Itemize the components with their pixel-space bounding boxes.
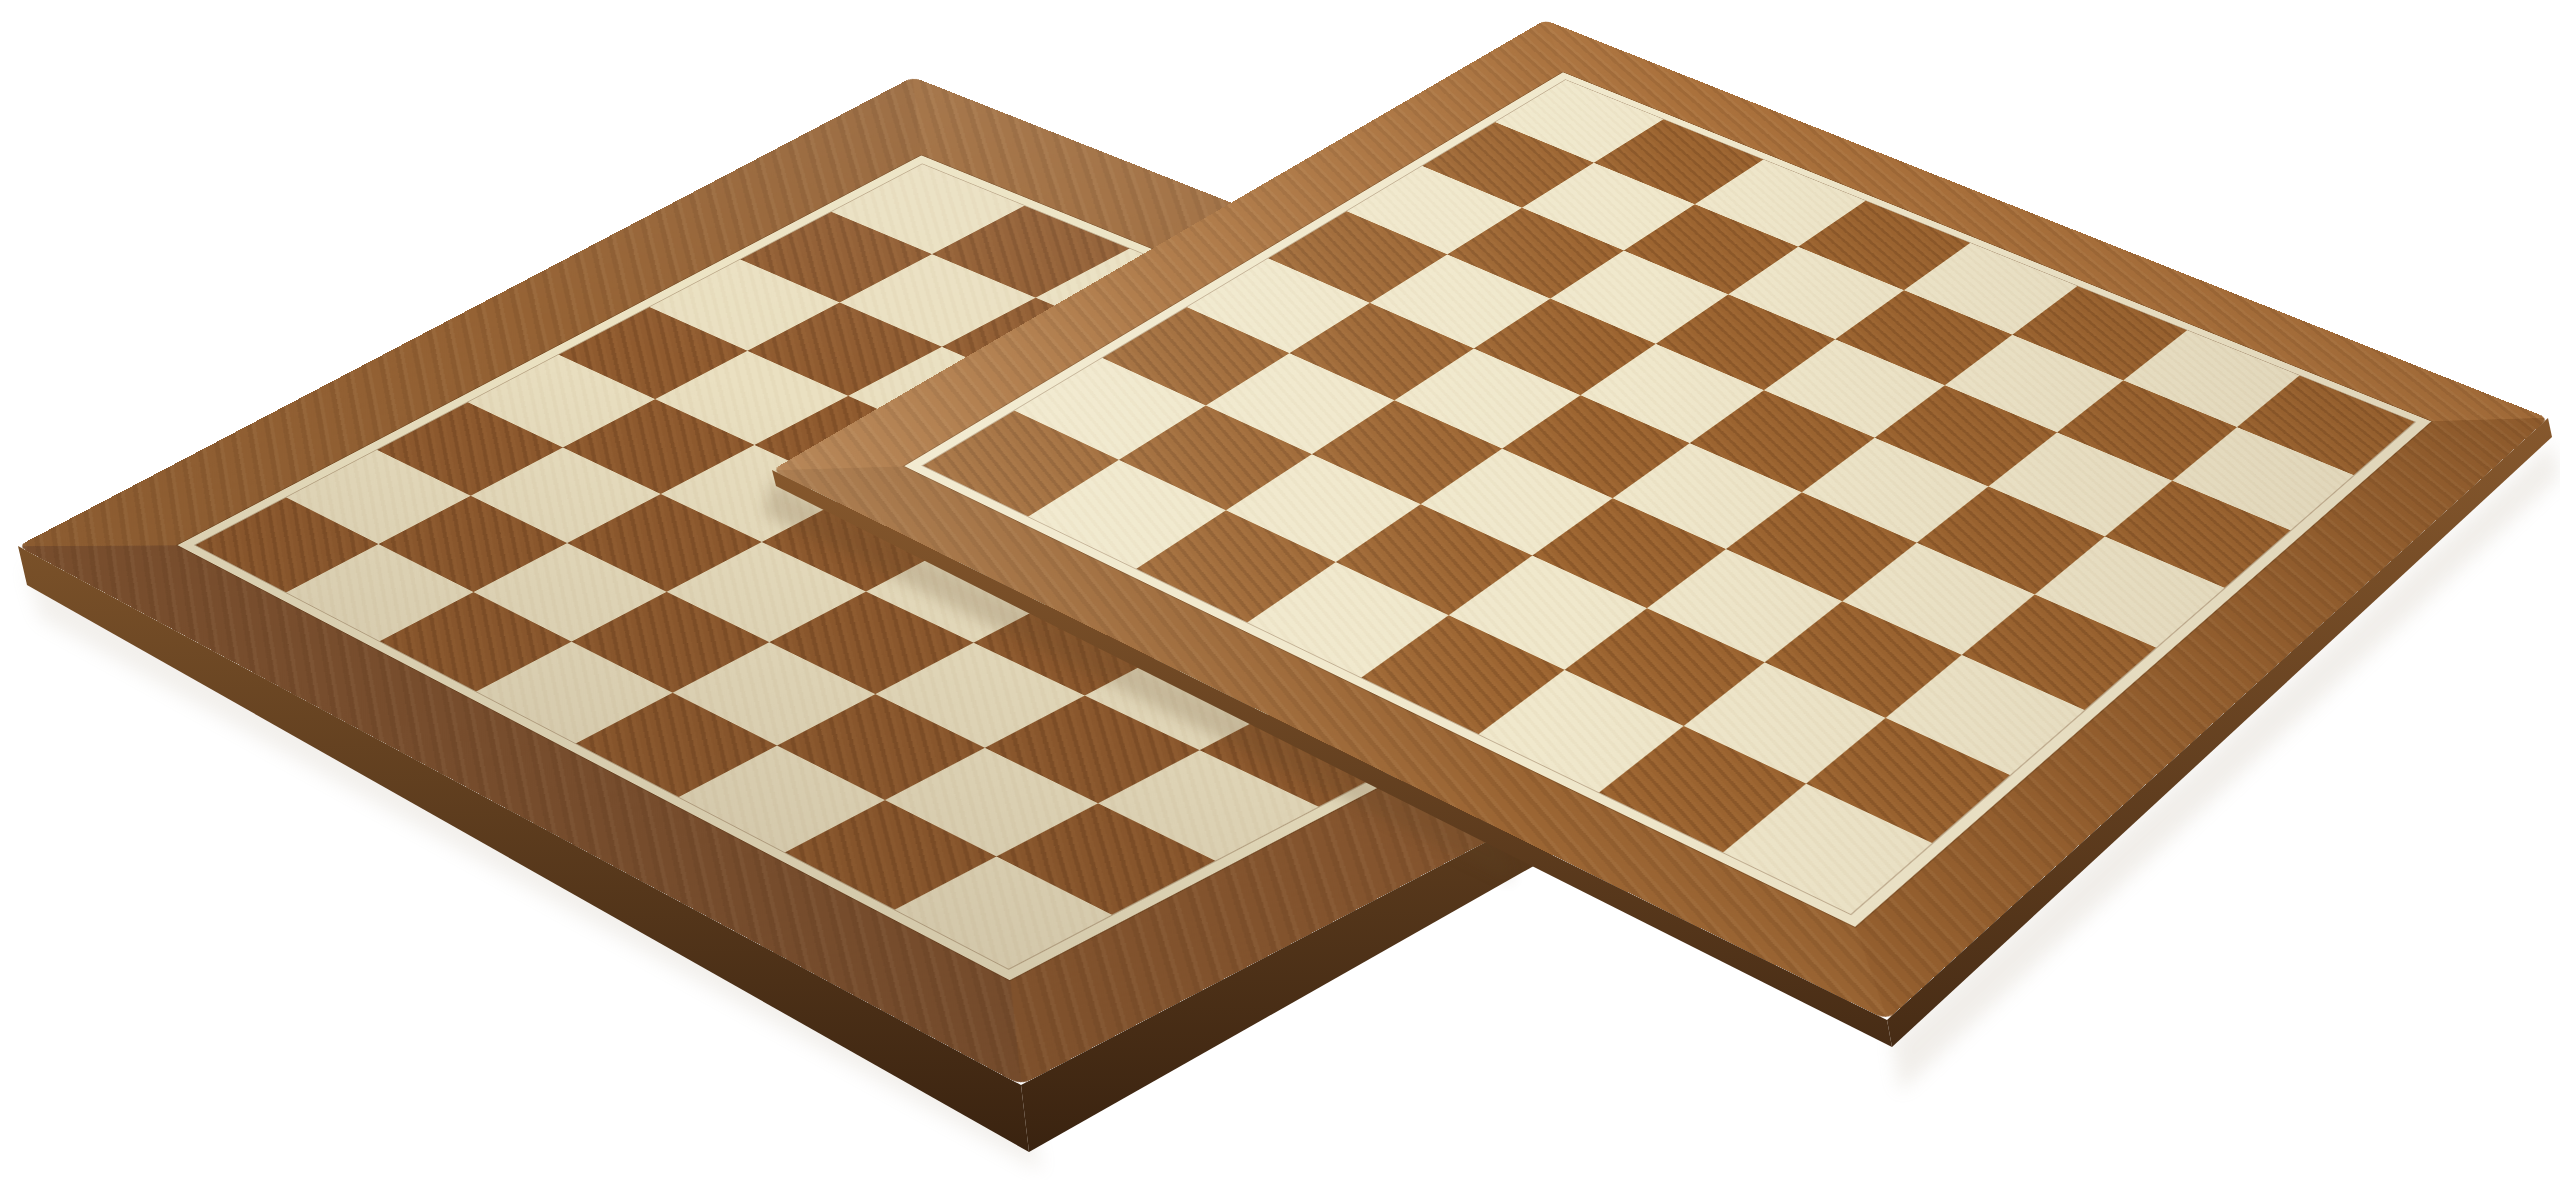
product-photo-canvas (0, 0, 2560, 1180)
